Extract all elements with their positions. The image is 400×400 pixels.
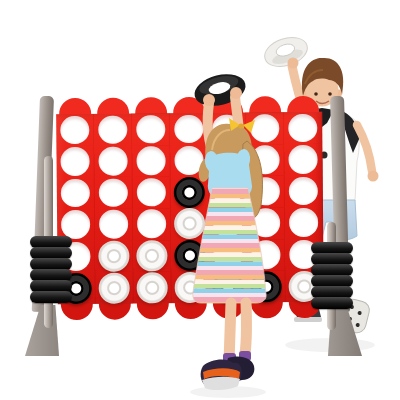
- board-cell-r5c4[interactable]: [171, 239, 209, 271]
- board-cell-r4c5[interactable]: [209, 207, 247, 239]
- empty-slot-hole: [213, 241, 242, 270]
- empty-slot-hole: [250, 114, 279, 143]
- board-cell-r2c2[interactable]: [94, 145, 132, 177]
- white-ring: [98, 241, 129, 272]
- board-cell-r4c6[interactable]: [247, 207, 285, 239]
- boy-hand: [288, 58, 299, 69]
- stored-black-ring: [30, 291, 72, 303]
- empty-slot-hole: [137, 210, 166, 239]
- girl-sneaker-stripe: [203, 368, 240, 379]
- board-cell-r6c4[interactable]: [172, 271, 210, 303]
- stored-black-ring: [311, 297, 353, 309]
- boy-held-white-ring: [261, 32, 311, 71]
- board-cell-r1c2[interactable]: [94, 114, 132, 146]
- board-cell-r3c2[interactable]: [95, 177, 133, 209]
- board-cell-r3c3[interactable]: [133, 176, 171, 208]
- white-ring: [174, 208, 205, 239]
- black-ring: [251, 271, 282, 302]
- girl-shadow: [190, 386, 266, 398]
- empty-slot-hole: [98, 115, 127, 144]
- board-cell-r4c3[interactable]: [133, 208, 171, 240]
- girl-sock: [223, 353, 236, 363]
- empty-slot-hole: [137, 178, 166, 207]
- board-cell-r5c2[interactable]: [95, 240, 133, 272]
- empty-slot-hole: [213, 177, 242, 206]
- empty-slot-hole: [250, 145, 279, 174]
- board-cell-r3c5[interactable]: [209, 176, 247, 208]
- white-ring: [175, 272, 206, 303]
- black-ring: [174, 177, 205, 208]
- board-cell-r3c4[interactable]: [171, 176, 209, 208]
- empty-slot-hole: [136, 146, 165, 175]
- empty-slot-hole: [251, 209, 280, 238]
- empty-slot-hole: [212, 146, 241, 175]
- boy-hair: [302, 58, 343, 96]
- empty-slot-hole: [251, 177, 280, 206]
- board-cell-r2c4[interactable]: [170, 144, 208, 176]
- black-ring: [213, 271, 244, 302]
- empty-slot-hole: [289, 208, 318, 237]
- board-cell-r1c6[interactable]: [246, 112, 284, 144]
- empty-slot-hole: [213, 209, 242, 238]
- girl-sock: [239, 351, 251, 361]
- board-cell-r3c6[interactable]: [247, 175, 285, 207]
- boy-bent-arm: [357, 125, 372, 171]
- empty-slot-hole: [60, 115, 89, 144]
- board-cell-r2c1[interactable]: [56, 145, 94, 177]
- board-cell-r4c7[interactable]: [285, 207, 323, 239]
- girl-sneaker-sole: [202, 377, 240, 390]
- board-assembly: [56, 98, 324, 320]
- empty-slot-hole: [61, 210, 90, 239]
- boy-hand: [368, 171, 379, 182]
- board-cell-r4c4[interactable]: [171, 208, 209, 240]
- empty-slot-hole: [174, 114, 203, 143]
- board-cell-r1c7[interactable]: [284, 112, 322, 144]
- right-ring-stack: [311, 243, 353, 309]
- empty-slot-hole: [251, 240, 280, 269]
- board-cell-r6c3[interactable]: [134, 271, 172, 303]
- board-cell-r5c3[interactable]: [133, 240, 171, 272]
- empty-slot-hole: [98, 147, 127, 176]
- left-ring-stack: [30, 237, 72, 303]
- board-cell-r5c6[interactable]: [247, 239, 285, 271]
- white-ring: [136, 240, 167, 271]
- black-ring: [174, 240, 205, 271]
- product-photo-scene: [0, 0, 400, 400]
- empty-slot-hole: [174, 146, 203, 175]
- girl-sneaker-back: [224, 356, 254, 380]
- board-cell-r2c3[interactable]: [132, 145, 170, 177]
- boy-eye: [328, 92, 332, 96]
- board-cell-r1c3[interactable]: [132, 113, 170, 145]
- empty-slot-hole: [99, 210, 128, 239]
- boy-eye: [314, 92, 318, 96]
- white-ring: [99, 272, 130, 303]
- empty-slot-hole: [61, 179, 90, 208]
- white-ring: [137, 272, 168, 303]
- board-cell-r1c4[interactable]: [170, 113, 208, 145]
- game-board: [56, 112, 324, 304]
- girl-sneaker: [201, 359, 242, 387]
- board-cell-r2c6[interactable]: [246, 144, 284, 176]
- board-cell-r1c1[interactable]: [56, 114, 94, 146]
- board-cell-r6c5[interactable]: [210, 271, 248, 303]
- board-cell-r3c7[interactable]: [285, 175, 323, 207]
- board-cell-r6c6[interactable]: [248, 270, 286, 302]
- board-scallops: [56, 98, 322, 100]
- boy-hair-highlight: [305, 70, 323, 84]
- board-cell-r3c1[interactable]: [57, 177, 95, 209]
- empty-slot-hole: [288, 113, 317, 142]
- empty-slot-hole: [212, 114, 241, 143]
- board-cell-r2c5[interactable]: [208, 144, 246, 176]
- empty-slot-hole: [136, 115, 165, 144]
- empty-slot-hole: [288, 145, 317, 174]
- empty-slot-hole: [60, 147, 89, 176]
- empty-slot-hole: [289, 177, 318, 206]
- board-cell-r1c5[interactable]: [208, 113, 246, 145]
- board-cell-r4c2[interactable]: [95, 208, 133, 240]
- board-cell-r2c7[interactable]: [284, 143, 322, 175]
- empty-slot-hole: [99, 178, 128, 207]
- board-cell-r5c5[interactable]: [209, 239, 247, 271]
- board-cell-r6c2[interactable]: [96, 272, 134, 304]
